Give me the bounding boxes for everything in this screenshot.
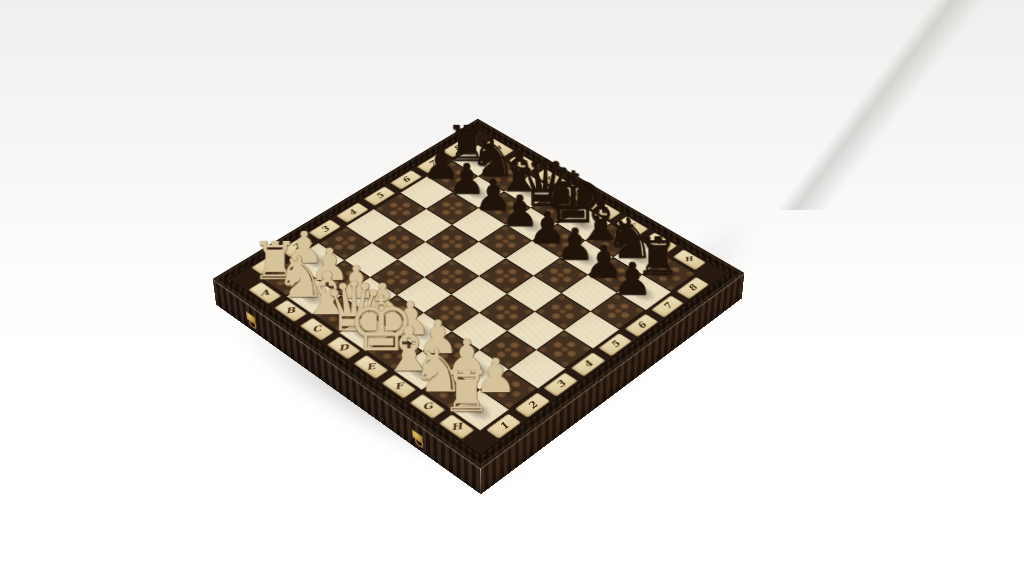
rank-label-text: 4 — [581, 359, 595, 368]
chess-board-box: ABCDEFGH8♜♞♝♛♚♝♞♜87♟♟♟♟♟♟♟♟7665544332♟♟♟… — [213, 119, 745, 469]
brass-latch — [411, 428, 423, 444]
rank-label-text: 2 — [526, 400, 540, 410]
rank-label-text: 8 — [686, 283, 699, 292]
rank-label-text: 3 — [554, 380, 568, 390]
product-photo-canvas: ABCDEFGH8♜♞♝♛♚♝♞♜87♟♟♟♟♟♟♟♟7665544332♟♟♟… — [0, 0, 1024, 577]
rank-label-text: 4 — [346, 209, 359, 217]
rank-label-text: 7 — [661, 302, 675, 311]
file-label-text: H — [450, 422, 463, 432]
rank-label-text: 6 — [635, 321, 649, 330]
rank-label-text: 5 — [608, 340, 622, 349]
piece-black-pawn[interactable]: ♟ — [593, 258, 671, 300]
label-plaque: 6 — [625, 314, 659, 337]
brass-latch — [245, 310, 256, 325]
chess-board-grid: ABCDEFGH8♜♞♝♛♚♝♞♜87♟♟♟♟♟♟♟♟7665544332♟♟♟… — [228, 127, 729, 456]
rank-label-text: 5 — [373, 192, 386, 200]
frame-corner — [696, 263, 728, 284]
scene: ABCDEFGH8♜♞♝♛♚♝♞♜87♟♟♟♟♟♟♟♟7665544332♟♟♟… — [0, 0, 1024, 577]
board-top-face: ABCDEFGH8♜♞♝♛♚♝♞♜87♟♟♟♟♟♟♟♟7665544332♟♟♟… — [213, 119, 745, 469]
rank-label-text: 1 — [497, 421, 511, 431]
piece-white-rook[interactable]: ♜ — [425, 366, 508, 419]
